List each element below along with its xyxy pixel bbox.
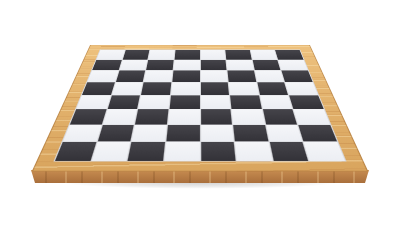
square-e1[interactable] <box>201 142 236 161</box>
square-b1[interactable] <box>91 142 130 161</box>
square-g4[interactable] <box>260 95 293 109</box>
square-b5[interactable] <box>112 82 143 94</box>
square-d5[interactable] <box>171 82 200 94</box>
board-3d-scene <box>67 0 333 225</box>
square-b2[interactable] <box>97 125 134 142</box>
square-b4[interactable] <box>107 95 140 109</box>
square-a5[interactable] <box>82 82 114 94</box>
square-e2[interactable] <box>201 125 234 142</box>
square-c7[interactable] <box>146 60 173 70</box>
square-f1[interactable] <box>235 142 272 161</box>
square-h5[interactable] <box>285 82 317 94</box>
square-b6[interactable] <box>116 71 146 82</box>
square-c6[interactable] <box>144 71 173 82</box>
square-a7[interactable] <box>92 60 121 70</box>
square-b7[interactable] <box>119 60 147 70</box>
square-g8[interactable] <box>250 50 277 60</box>
square-c3[interactable] <box>135 109 168 124</box>
square-d1[interactable] <box>164 142 199 161</box>
chessboard-grid <box>55 50 345 161</box>
square-d8[interactable] <box>174 50 199 60</box>
square-d3[interactable] <box>168 109 200 124</box>
square-g1[interactable] <box>270 142 309 161</box>
square-a4[interactable] <box>76 95 110 109</box>
square-a2[interactable] <box>63 125 101 142</box>
square-c1[interactable] <box>128 142 165 161</box>
square-f7[interactable] <box>226 60 253 70</box>
square-f8[interactable] <box>225 50 251 60</box>
square-h2[interactable] <box>299 125 337 142</box>
square-a6[interactable] <box>87 71 118 82</box>
square-h8[interactable] <box>275 50 303 60</box>
square-c8[interactable] <box>149 50 175 60</box>
square-e8[interactable] <box>200 50 225 60</box>
square-h1[interactable] <box>304 142 345 161</box>
square-f6[interactable] <box>228 71 257 82</box>
square-d6[interactable] <box>172 71 199 82</box>
square-f4[interactable] <box>230 95 261 109</box>
square-a1[interactable] <box>55 142 96 161</box>
square-c2[interactable] <box>132 125 167 142</box>
square-e7[interactable] <box>200 60 226 70</box>
square-g3[interactable] <box>263 109 298 124</box>
square-h7[interactable] <box>278 60 307 70</box>
square-f2[interactable] <box>233 125 268 142</box>
background-canvas <box>0 0 400 225</box>
square-c4[interactable] <box>138 95 169 109</box>
square-h3[interactable] <box>294 109 330 124</box>
square-e6[interactable] <box>200 71 227 82</box>
square-d2[interactable] <box>166 125 199 142</box>
square-h4[interactable] <box>289 95 323 109</box>
square-h6[interactable] <box>282 71 313 82</box>
square-d7[interactable] <box>173 60 199 70</box>
square-g2[interactable] <box>266 125 303 142</box>
square-g5[interactable] <box>257 82 288 94</box>
square-g7[interactable] <box>252 60 280 70</box>
square-c5[interactable] <box>141 82 171 94</box>
square-b8[interactable] <box>123 50 150 60</box>
square-f3[interactable] <box>232 109 265 124</box>
square-a8[interactable] <box>97 50 125 60</box>
square-f5[interactable] <box>229 82 259 94</box>
square-e4[interactable] <box>201 95 231 109</box>
square-d4[interactable] <box>169 95 199 109</box>
square-g6[interactable] <box>255 71 285 82</box>
wooden-frame <box>32 45 369 171</box>
square-b3[interactable] <box>103 109 138 124</box>
square-e5[interactable] <box>200 82 229 94</box>
square-a3[interactable] <box>70 109 106 124</box>
square-e3[interactable] <box>201 109 233 124</box>
